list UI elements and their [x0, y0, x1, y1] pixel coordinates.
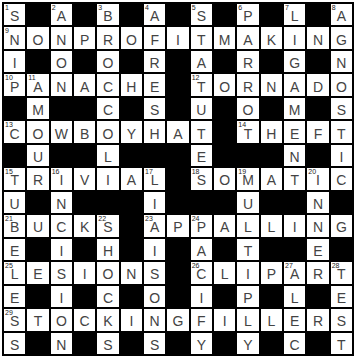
black-cell-r6c10	[214, 121, 235, 142]
cell-r15c15[interactable]: T	[331, 333, 352, 354]
cell-letter: N	[56, 33, 66, 47]
cell-letter: M	[219, 33, 231, 47]
clue-number: 16	[52, 168, 60, 176]
cell-r6c3[interactable]: W	[51, 121, 72, 142]
cell-letter: A	[80, 80, 89, 94]
cell-r12c4[interactable]: I	[74, 262, 95, 283]
cell-letter: O	[336, 80, 347, 94]
cell-r13c5[interactable]: C	[97, 286, 118, 307]
black-cell-r11c8	[167, 239, 188, 260]
cell-letter: R	[243, 80, 253, 94]
cell-r8c7[interactable]: 17L	[144, 168, 165, 189]
black-cell-r11c12	[261, 239, 282, 260]
cell-r14c15[interactable]: S	[331, 309, 352, 330]
black-cell-r11c2	[27, 239, 48, 260]
cell-r13c1[interactable]: E	[4, 286, 25, 307]
cell-letter: R	[313, 314, 323, 328]
cell-r8c9[interactable]: 18S	[191, 168, 212, 189]
cell-r7c13[interactable]: N	[284, 145, 305, 166]
cell-letter: W	[55, 127, 68, 141]
cell-letter: I	[59, 173, 63, 187]
black-cell-r11c6	[121, 239, 142, 260]
cell-r11c1[interactable]: E	[4, 239, 25, 260]
cell-r4c11[interactable]: R	[237, 74, 258, 95]
black-cell-r9c15	[331, 192, 352, 213]
cell-r14c9[interactable]: F	[191, 309, 212, 330]
cell-r10c7[interactable]: 23A	[144, 215, 165, 236]
cell-r1c7[interactable]: 4A	[144, 4, 165, 25]
black-cell-r1c14	[307, 4, 328, 25]
cell-letter: N	[266, 80, 276, 94]
cell-letter: E	[337, 291, 346, 305]
cell-letter: H	[150, 127, 160, 141]
cell-letter: S	[197, 9, 206, 23]
cell-r14c12[interactable]: L	[261, 309, 282, 330]
cell-letter: C	[103, 103, 113, 117]
cell-r2c1[interactable]: 9N	[4, 27, 25, 48]
cell-r12c1[interactable]: 25L	[4, 262, 25, 283]
cell-letter: A	[337, 9, 346, 23]
cell-letter: T	[197, 33, 206, 47]
cell-r9c14[interactable]: N	[307, 192, 328, 213]
cell-letter: C	[80, 314, 90, 328]
cell-r9c7[interactable]: I	[144, 192, 165, 213]
cell-letter: N	[10, 33, 20, 47]
cell-r10c5[interactable]: 22S	[97, 215, 118, 236]
cell-letter: O	[219, 80, 230, 94]
clue-number: 26	[192, 262, 200, 270]
cell-r3c3[interactable]: O	[51, 51, 72, 72]
clue-number: 6	[238, 4, 242, 12]
cell-letter: E	[290, 314, 299, 328]
cell-r6c1[interactable]: 13C	[4, 121, 25, 142]
cell-r5c2[interactable]: M	[27, 98, 48, 119]
cell-r9c1[interactable]: U	[4, 192, 25, 213]
black-cell-r3c12	[261, 51, 282, 72]
cell-r1c13[interactable]: 7L	[284, 4, 305, 25]
cell-letter: N	[290, 150, 300, 164]
cell-r3c15[interactable]: N	[331, 51, 352, 72]
cell-r14c11[interactable]: L	[237, 309, 258, 330]
cell-r6c7[interactable]: H	[144, 121, 165, 142]
cell-r5c11[interactable]: O	[237, 98, 258, 119]
cell-r12c11[interactable]: I	[237, 262, 258, 283]
cell-r6c14[interactable]: F	[307, 121, 328, 142]
cell-r4c7[interactable]: E	[144, 74, 165, 95]
cell-r10c15[interactable]: G	[331, 215, 352, 236]
cell-r11c14[interactable]: E	[307, 239, 328, 260]
cell-r2c7[interactable]: F	[144, 27, 165, 48]
black-cell-r7c10	[214, 145, 235, 166]
cell-letter: I	[13, 56, 17, 70]
cell-r12c3[interactable]: S	[51, 262, 72, 283]
cell-r10c8[interactable]: P	[167, 215, 188, 236]
cell-letter: A	[150, 9, 159, 23]
black-cell-r11c4	[74, 239, 95, 260]
cell-r3c11[interactable]: R	[237, 51, 258, 72]
cell-r6c6[interactable]: Y	[121, 121, 142, 142]
cell-r15c5[interactable]: S	[97, 333, 118, 354]
cell-r7c2[interactable]: U	[27, 145, 48, 166]
cell-r14c2[interactable]: T	[27, 309, 48, 330]
cell-r2c9[interactable]: T	[191, 27, 212, 48]
black-cell-r5c14	[307, 98, 328, 119]
cell-r2c8[interactable]: I	[167, 27, 188, 48]
cell-r5c13[interactable]: M	[284, 98, 305, 119]
cell-r4c4[interactable]: A	[74, 74, 95, 95]
cell-r11c5[interactable]: H	[97, 239, 118, 260]
cell-r6c9[interactable]: T	[191, 121, 212, 142]
cell-r10c14[interactable]: N	[307, 215, 328, 236]
cell-r6c8[interactable]: A	[167, 121, 188, 142]
cell-letter: C	[336, 173, 346, 187]
cell-r6c2[interactable]: O	[27, 121, 48, 142]
cell-r8c3[interactable]: 16I	[51, 168, 72, 189]
clue-number: 18	[192, 168, 200, 176]
cell-r14c4[interactable]: C	[74, 309, 95, 330]
black-cell-r7c3	[51, 145, 72, 166]
cell-r14c8[interactable]: G	[167, 309, 188, 330]
black-cell-r15c10	[214, 333, 235, 354]
cell-r10c4[interactable]: K	[74, 215, 95, 236]
cell-r10c10[interactable]: A	[214, 215, 235, 236]
cell-r3c7[interactable]: R	[144, 51, 165, 72]
black-cell-r10c6	[121, 215, 142, 236]
cell-letter: A	[220, 220, 229, 234]
cell-r14c6[interactable]: I	[121, 309, 142, 330]
cell-letter: G	[336, 33, 347, 47]
crossword-board: 1S2A3B4A5S6P7L8A9NONPROFITMAKINGIOORARGN…	[2, 2, 354, 356]
cell-r4c5[interactable]: C	[97, 74, 118, 95]
cell-r14c7[interactable]: N	[144, 309, 165, 330]
cell-letter: R	[243, 56, 253, 70]
cell-letter: C	[290, 338, 300, 352]
cell-letter: G	[289, 56, 300, 70]
cell-letter: O	[149, 291, 160, 305]
cell-r4c13[interactable]: A	[284, 74, 305, 95]
cell-letter: F	[314, 127, 323, 141]
black-cell-r7c6	[121, 145, 142, 166]
cell-r2c12[interactable]: K	[261, 27, 282, 48]
cell-letter: V	[80, 173, 89, 187]
cell-r4c15[interactable]: O	[331, 74, 352, 95]
cell-letter: Y	[127, 127, 136, 141]
cell-letter: U	[196, 103, 206, 117]
cell-letter: S	[103, 338, 112, 352]
cell-r4c3[interactable]: N	[51, 74, 72, 95]
cell-r4c2[interactable]: 11A	[27, 74, 48, 95]
cell-r13c7[interactable]: O	[144, 286, 165, 307]
cell-r8c10[interactable]: O	[214, 168, 235, 189]
cell-r9c11[interactable]: U	[237, 192, 258, 213]
cell-letter: S	[337, 103, 346, 117]
cell-r1c1[interactable]: 1S	[4, 4, 25, 25]
cell-letter: A	[243, 33, 252, 47]
cell-letter: E	[313, 244, 322, 258]
black-cell-r13c10	[214, 286, 235, 307]
cell-letter: P	[173, 220, 182, 234]
cell-letter: P	[243, 291, 252, 305]
cell-r15c1[interactable]: S	[4, 333, 25, 354]
cell-letter: O	[103, 267, 114, 281]
cell-r2c3[interactable]: N	[51, 27, 72, 48]
cell-r4c1[interactable]: 10P	[4, 74, 25, 95]
cell-r12c13[interactable]: 27A	[284, 262, 305, 283]
black-cell-r5c8	[167, 98, 188, 119]
black-cell-r9c12	[261, 192, 282, 213]
cell-r1c15[interactable]: 8A	[331, 4, 352, 25]
black-cell-r5c4	[74, 98, 95, 119]
cell-r4c6[interactable]: H	[121, 74, 142, 95]
cell-letter: O	[56, 56, 67, 70]
cell-r14c13[interactable]: E	[284, 309, 305, 330]
cell-letter: T	[197, 127, 206, 141]
cell-r14c5[interactable]: K	[97, 309, 118, 330]
cell-r8c1[interactable]: 15T	[4, 168, 25, 189]
cell-r12c12[interactable]: P	[261, 262, 282, 283]
cell-r2c15[interactable]: G	[331, 27, 352, 48]
black-cell-r15c14	[307, 333, 328, 354]
cell-r12c5[interactable]: O	[97, 262, 118, 283]
cell-letter: I	[59, 291, 63, 305]
black-cell-r9c8	[167, 192, 188, 213]
cell-letter: I	[83, 267, 87, 281]
cell-r12c15[interactable]: 28T	[331, 262, 352, 283]
cell-letter: I	[316, 173, 320, 187]
cell-r12c7[interactable]: S	[144, 262, 165, 283]
cell-r1c9[interactable]: 5S	[191, 4, 212, 25]
cell-r5c5[interactable]: C	[97, 98, 118, 119]
black-cell-r5c1	[4, 98, 25, 119]
black-cell-r3c14	[307, 51, 328, 72]
cell-r10c9[interactable]: 24P	[191, 215, 212, 236]
cell-r2c6[interactable]: O	[121, 27, 142, 48]
cell-r3c5[interactable]: O	[97, 51, 118, 72]
black-cell-r3c8	[167, 51, 188, 72]
cell-r6c11[interactable]: 14T	[237, 121, 258, 142]
cell-r10c3[interactable]: C	[51, 215, 72, 236]
black-cell-r5c6	[121, 98, 142, 119]
cell-letter: T	[244, 244, 253, 258]
cell-letter: T	[337, 127, 346, 141]
cell-r6c13[interactable]: E	[284, 121, 305, 142]
cell-letter: H	[103, 244, 113, 258]
cell-r2c10[interactable]: M	[214, 27, 235, 48]
clue-number: 9	[5, 27, 9, 35]
cell-r15c13[interactable]: C	[284, 333, 305, 354]
clue-number: 19	[238, 168, 246, 176]
black-cell-r13c14	[307, 286, 328, 307]
cell-r13c3[interactable]: I	[51, 286, 72, 307]
cell-letter: C	[103, 80, 113, 94]
cell-r12c10[interactable]: L	[214, 262, 235, 283]
cell-r14c10[interactable]: I	[214, 309, 235, 330]
cell-letter: T	[337, 338, 346, 352]
black-cell-r3c6	[121, 51, 142, 72]
cell-r12c9[interactable]: 26C	[191, 262, 212, 283]
black-cell-r7c1	[4, 145, 25, 166]
cell-letter: O	[219, 173, 230, 187]
black-cell-r9c2	[27, 192, 48, 213]
black-cell-r9c4	[74, 192, 95, 213]
cell-r8c11[interactable]: 19M	[237, 168, 258, 189]
cell-r14c3[interactable]: O	[51, 309, 72, 330]
cell-r2c4[interactable]: P	[74, 27, 95, 48]
cell-r1c11[interactable]: 6P	[237, 4, 258, 25]
cell-r13c9[interactable]: I	[191, 286, 212, 307]
cell-r2c14[interactable]: N	[307, 27, 328, 48]
cell-r6c4[interactable]: B	[74, 121, 95, 142]
cell-r10c11[interactable]: L	[237, 215, 258, 236]
black-cell-r1c12	[261, 4, 282, 25]
cell-r9c3[interactable]: N	[51, 192, 72, 213]
cell-r4c10[interactable]: O	[214, 74, 235, 95]
cell-r11c11[interactable]: T	[237, 239, 258, 260]
cell-letter: L	[291, 291, 299, 305]
cell-letter: H	[266, 127, 276, 141]
cell-r12c14[interactable]: R	[307, 262, 328, 283]
clue-number: 23	[145, 215, 153, 223]
cell-letter: B	[103, 9, 112, 23]
cell-letter: O	[103, 127, 114, 141]
black-cell-r1c6	[121, 4, 142, 25]
cell-letter: P	[80, 33, 89, 47]
black-cell-r5c12	[261, 98, 282, 119]
cell-letter: I	[223, 314, 227, 328]
cell-r8c15[interactable]: C	[331, 168, 352, 189]
cell-r12c2[interactable]: E	[27, 262, 48, 283]
cell-r3c9[interactable]: A	[191, 51, 212, 72]
cell-r5c9[interactable]: U	[191, 98, 212, 119]
cell-r10c2[interactable]: U	[27, 215, 48, 236]
cell-r12c6[interactable]: N	[121, 262, 142, 283]
cell-r8c2[interactable]: R	[27, 168, 48, 189]
clue-number: 15	[5, 168, 13, 176]
cell-r10c13[interactable]: I	[284, 215, 305, 236]
cell-letter: N	[313, 220, 323, 234]
cell-r13c13[interactable]: L	[284, 286, 305, 307]
clue-number: 11	[28, 74, 35, 82]
cell-r2c5[interactable]: R	[97, 27, 118, 48]
cell-r15c11[interactable]: Y	[237, 333, 258, 354]
cell-letter: L	[104, 150, 112, 164]
cell-letter: Y	[243, 338, 252, 352]
black-cell-r9c10	[214, 192, 235, 213]
cell-letter: T	[34, 314, 43, 328]
cell-letter: R	[313, 267, 323, 281]
black-cell-r1c4	[74, 4, 95, 25]
cell-r6c12[interactable]: H	[261, 121, 282, 142]
cell-r5c15[interactable]: S	[331, 98, 352, 119]
cell-letter: A	[197, 56, 206, 70]
cell-r11c3[interactable]: I	[51, 239, 72, 260]
cell-r4c9[interactable]: 12T	[191, 74, 212, 95]
black-cell-r1c2	[27, 4, 48, 25]
cell-letter: L	[267, 314, 275, 328]
clue-number: 7	[285, 4, 289, 12]
cell-letter: N	[313, 33, 323, 47]
cell-letter: N	[56, 197, 66, 211]
cell-r8c5[interactable]: I	[97, 168, 118, 189]
cell-r2c13[interactable]: I	[284, 27, 305, 48]
cell-letter: R	[33, 173, 43, 187]
cell-r15c9[interactable]: Y	[191, 333, 212, 354]
cell-r7c15[interactable]: I	[331, 145, 352, 166]
black-cell-r5c3	[51, 98, 72, 119]
cell-r2c11[interactable]: A	[237, 27, 258, 48]
cell-r14c1[interactable]: 29S	[4, 309, 25, 330]
black-cell-r13c4	[74, 286, 95, 307]
cell-r8c14[interactable]: 20I	[307, 168, 328, 189]
cell-r3c13[interactable]: G	[284, 51, 305, 72]
black-cell-r1c10	[214, 4, 235, 25]
cell-letter: K	[267, 33, 276, 47]
cell-letter: S	[10, 9, 19, 23]
cell-r11c7[interactable]: I	[144, 239, 165, 260]
cell-r11c9[interactable]: A	[191, 239, 212, 260]
cell-r6c5[interactable]: O	[97, 121, 118, 142]
cell-letter: K	[80, 220, 89, 234]
black-cell-r7c14	[307, 145, 328, 166]
cell-r4c14[interactable]: D	[307, 74, 328, 95]
cell-r8c4[interactable]: V	[74, 168, 95, 189]
cell-r14c14[interactable]: R	[307, 309, 328, 330]
cell-r13c15[interactable]: E	[331, 286, 352, 307]
cell-letter: I	[153, 197, 157, 211]
cell-r15c7[interactable]: S	[144, 333, 165, 354]
cell-letter: E	[10, 244, 19, 258]
cell-r10c1[interactable]: 21B	[4, 215, 25, 236]
cell-r15c3[interactable]: N	[51, 333, 72, 354]
cell-r13c11[interactable]: P	[237, 286, 258, 307]
cell-r8c6[interactable]: A	[121, 168, 142, 189]
cell-r6c15[interactable]: T	[331, 121, 352, 142]
cell-letter: G	[173, 314, 184, 328]
cell-letter: A	[290, 80, 299, 94]
cell-r10c12[interactable]: L	[261, 215, 282, 236]
cell-r4c12[interactable]: N	[261, 74, 282, 95]
cell-letter: A	[173, 127, 182, 141]
cell-r2c2[interactable]: O	[27, 27, 48, 48]
black-cell-r7c12	[261, 145, 282, 166]
cell-letter: Y	[197, 338, 206, 352]
black-cell-r15c8	[167, 333, 188, 354]
clue-number: 25	[5, 262, 13, 270]
cell-letter: S	[150, 338, 159, 352]
cell-r7c9[interactable]: E	[191, 145, 212, 166]
black-cell-r8c8	[167, 168, 188, 189]
cell-r1c5[interactable]: 3B	[97, 4, 118, 25]
cell-letter: C	[103, 291, 113, 305]
cell-letter: C	[56, 220, 66, 234]
cell-letter: N	[126, 267, 136, 281]
cell-letter: E	[10, 291, 19, 305]
cell-letter: R	[103, 33, 113, 47]
black-cell-r9c5	[97, 192, 118, 213]
cell-r5c7[interactable]: S	[144, 98, 165, 119]
cell-r1c3[interactable]: 2A	[51, 4, 72, 25]
cell-r8c13[interactable]: T	[284, 168, 305, 189]
cell-letter: B	[80, 127, 89, 141]
cell-letter: H	[126, 80, 136, 94]
cell-letter: L	[244, 314, 252, 328]
cell-letter: S	[150, 267, 159, 281]
cell-letter: N	[56, 80, 66, 94]
cell-r8c12[interactable]: A	[261, 168, 282, 189]
clue-number: 2	[52, 4, 56, 12]
cell-r3c1[interactable]: I	[4, 51, 25, 72]
cell-r7c5[interactable]: L	[97, 145, 118, 166]
